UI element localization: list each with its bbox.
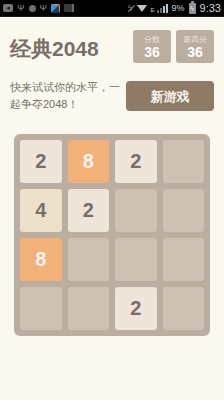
signal-bars-icon: E (151, 4, 168, 13)
app-screen: ◂ Ψ Ψ ϟ E 9% ϟ 9:33 经典2048 分数 36 (0, 0, 224, 400)
new-game-button[interactable]: 新游戏 (126, 81, 214, 111)
score-box: 分数 36 (133, 30, 171, 63)
status-bar-clock: 9:33 (200, 2, 221, 14)
wifi-icon (137, 5, 147, 12)
subtitle-text: 快来试试你的水平，一 起争夺2048！ (10, 79, 120, 113)
page-title: 经典2048 (10, 35, 99, 63)
best-score-box: 最高分 36 (176, 30, 214, 63)
empty-cell (20, 287, 62, 330)
score-value: 36 (139, 45, 165, 60)
debug-icon (29, 5, 36, 12)
status-bar-notifications: ◂ Ψ Ψ (3, 4, 74, 13)
app-notification-icon (51, 4, 60, 13)
empty-cell (163, 189, 205, 232)
subheader: 快来试试你的水平，一 起争夺2048！ 新游戏 (0, 79, 224, 113)
header: 经典2048 分数 36 最高分 36 (0, 17, 224, 63)
tile-2: 2 (68, 189, 110, 232)
status-bar-system: ϟ E 9% ϟ 9:33 (128, 2, 221, 14)
score-boxes: 分数 36 最高分 36 (133, 30, 214, 63)
tile-8: 8 (68, 140, 110, 183)
usb-icon: Ψ (17, 4, 25, 13)
tile-2: 2 (115, 140, 157, 183)
battery-charging-icon: ϟ (189, 3, 196, 14)
subtitle-line1: 快来试试你的水平，一 (10, 79, 120, 96)
empty-cell (163, 140, 205, 183)
battery-percent-label: 9% (172, 3, 185, 13)
empty-cell (163, 238, 205, 281)
best-score-value: 36 (182, 45, 208, 60)
empty-cell (68, 287, 110, 330)
tile-4: 4 (20, 189, 62, 232)
subtitle-line2: 起争夺2048！ (10, 96, 120, 113)
tile-2: 2 (20, 140, 62, 183)
tile-8: 8 (20, 238, 62, 281)
empty-cell (163, 287, 205, 330)
empty-cell (115, 238, 157, 281)
board-grid[interactable]: 2824282 (14, 134, 210, 336)
eject-icon: ◂ (3, 4, 13, 12)
status-bar: ◂ Ψ Ψ ϟ E 9% ϟ 9:33 (0, 0, 224, 17)
screenshot-icon (64, 4, 74, 12)
tile-2: 2 (115, 287, 157, 330)
flash-off-icon: ϟ (128, 4, 133, 13)
empty-cell (115, 189, 157, 232)
empty-cell (68, 238, 110, 281)
usb-icon: Ψ (40, 4, 48, 13)
network-type-label: E (151, 7, 155, 13)
